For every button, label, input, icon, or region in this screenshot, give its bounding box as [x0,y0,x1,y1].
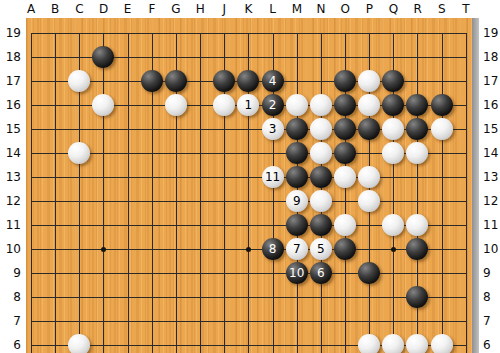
intersection-J12[interactable] [212,189,236,213]
intersection-B14[interactable] [43,141,67,165]
intersection-L12[interactable] [260,189,284,213]
intersection-S14[interactable] [430,141,454,165]
intersection-G19[interactable] [164,21,188,45]
intersection-P18[interactable] [357,45,381,69]
black-stone [431,94,453,116]
intersection-O17[interactable] [333,69,357,93]
intersection-Q10[interactable] [381,237,405,261]
intersection-C18[interactable] [67,45,91,69]
intersection-T12[interactable] [454,189,478,213]
intersection-E18[interactable] [116,45,140,69]
intersection-H7[interactable] [188,309,212,333]
white-stone [431,334,453,353]
intersection-A10[interactable] [19,237,43,261]
intersection-F10[interactable] [140,237,164,261]
intersection-A11[interactable] [19,213,43,237]
intersection-L18[interactable] [260,45,284,69]
intersection-J14[interactable] [212,141,236,165]
intersection-J9[interactable] [212,261,236,285]
intersection-A14[interactable] [19,141,43,165]
intersection-G7[interactable] [164,309,188,333]
intersection-K14[interactable] [236,141,260,165]
intersection-C7[interactable] [67,309,91,333]
intersection-O15[interactable] [333,117,357,141]
intersection-Q18[interactable] [381,45,405,69]
intersection-F16[interactable] [140,93,164,117]
intersection-F6[interactable] [140,333,164,353]
intersection-A12[interactable] [19,189,43,213]
intersection-F8[interactable] [140,285,164,309]
intersection-P15[interactable] [357,117,381,141]
intersection-G8[interactable] [164,285,188,309]
intersection-B11[interactable] [43,213,67,237]
intersection-R15[interactable] [405,117,429,141]
intersection-R16[interactable] [405,93,429,117]
intersection-B9[interactable] [43,261,67,285]
intersection-S12[interactable] [430,189,454,213]
intersection-B13[interactable] [43,165,67,189]
intersection-N9[interactable]: 6 [309,261,333,285]
intersection-R12[interactable] [405,189,429,213]
intersection-R8[interactable] [405,285,429,309]
intersection-M8[interactable] [285,285,309,309]
intersection-M11[interactable] [285,213,309,237]
intersection-H11[interactable] [188,213,212,237]
intersection-N11[interactable] [309,213,333,237]
intersection-G11[interactable] [164,213,188,237]
intersection-F9[interactable] [140,261,164,285]
intersection-Q6[interactable] [381,333,405,353]
intersection-S13[interactable] [430,165,454,189]
intersection-R17[interactable] [405,69,429,93]
intersection-D11[interactable] [91,213,115,237]
intersection-T8[interactable] [454,285,478,309]
intersection-K11[interactable] [236,213,260,237]
intersection-P17[interactable] [357,69,381,93]
intersection-T7[interactable] [454,309,478,333]
intersection-C8[interactable] [67,285,91,309]
intersection-G18[interactable] [164,45,188,69]
intersection-J11[interactable] [212,213,236,237]
intersection-P9[interactable] [357,261,381,285]
intersection-H13[interactable] [188,165,212,189]
intersection-S7[interactable] [430,309,454,333]
intersection-A8[interactable] [19,285,43,309]
intersection-O9[interactable] [333,261,357,285]
intersection-C15[interactable] [67,117,91,141]
intersection-C19[interactable] [67,21,91,45]
intersection-H19[interactable] [188,21,212,45]
intersection-B18[interactable] [43,45,67,69]
intersection-R7[interactable] [405,309,429,333]
intersection-J6[interactable] [212,333,236,353]
intersection-D7[interactable] [91,309,115,333]
intersection-B15[interactable] [43,117,67,141]
intersection-P10[interactable] [357,237,381,261]
intersection-M19[interactable] [285,21,309,45]
intersection-L9[interactable] [260,261,284,285]
intersection-H18[interactable] [188,45,212,69]
intersection-A17[interactable] [19,69,43,93]
intersection-A6[interactable] [19,333,43,353]
intersection-G12[interactable] [164,189,188,213]
black-stone: 10 [286,262,308,284]
intersection-E9[interactable] [116,261,140,285]
intersection-J19[interactable] [212,21,236,45]
intersection-F7[interactable] [140,309,164,333]
intersection-L11[interactable] [260,213,284,237]
intersection-H10[interactable] [188,237,212,261]
intersection-S15[interactable] [430,117,454,141]
intersection-F18[interactable] [140,45,164,69]
intersection-H17[interactable] [188,69,212,93]
intersection-J13[interactable] [212,165,236,189]
intersection-O13[interactable] [333,165,357,189]
intersection-Q11[interactable] [381,213,405,237]
intersection-N16[interactable] [309,93,333,117]
row-label-right-10: 10 [483,242,498,256]
black-stone [382,70,404,92]
intersection-P11[interactable] [357,213,381,237]
intersection-P13[interactable] [357,165,381,189]
intersection-H14[interactable] [188,141,212,165]
intersection-L6[interactable] [260,333,284,353]
intersection-K19[interactable] [236,21,260,45]
intersection-N8[interactable] [309,285,333,309]
intersection-Q19[interactable] [381,21,405,45]
intersection-E13[interactable] [116,165,140,189]
intersection-L19[interactable] [260,21,284,45]
intersection-G6[interactable] [164,333,188,353]
intersection-T6[interactable] [454,333,478,353]
intersection-N10[interactable]: 5 [309,237,333,261]
intersection-K9[interactable] [236,261,260,285]
intersection-H12[interactable] [188,189,212,213]
intersection-K12[interactable] [236,189,260,213]
intersection-N12[interactable] [309,189,333,213]
intersection-G14[interactable] [164,141,188,165]
intersection-T15[interactable] [454,117,478,141]
intersection-E7[interactable] [116,309,140,333]
intersection-A18[interactable] [19,45,43,69]
intersection-A15[interactable] [19,117,43,141]
white-stone [334,166,356,188]
intersection-H6[interactable] [188,333,212,353]
white-stone [358,166,380,188]
intersection-D12[interactable] [91,189,115,213]
intersection-R14[interactable] [405,141,429,165]
intersection-D19[interactable] [91,21,115,45]
intersection-J16[interactable] [212,93,236,117]
row-label-right-18: 18 [483,50,498,64]
intersection-P14[interactable] [357,141,381,165]
intersection-M6[interactable] [285,333,309,353]
white-stone [286,94,308,116]
white-stone [92,94,114,116]
intersection-S11[interactable] [430,213,454,237]
intersection-T14[interactable] [454,141,478,165]
white-stone [310,142,332,164]
intersection-A7[interactable] [19,309,43,333]
intersection-M16[interactable] [285,93,309,117]
intersection-Q15[interactable] [381,117,405,141]
intersection-S8[interactable] [430,285,454,309]
intersection-Q16[interactable] [381,93,405,117]
intersection-T17[interactable] [454,69,478,93]
intersection-K6[interactable] [236,333,260,353]
intersection-H8[interactable] [188,285,212,309]
intersection-N7[interactable] [309,309,333,333]
white-stone: 7 [286,238,308,260]
intersection-F15[interactable] [140,117,164,141]
intersection-O10[interactable] [333,237,357,261]
intersection-D9[interactable] [91,261,115,285]
intersection-T16[interactable] [454,93,478,117]
intersection-C12[interactable] [67,189,91,213]
intersection-P7[interactable] [357,309,381,333]
intersection-H16[interactable] [188,93,212,117]
intersection-G13[interactable] [164,165,188,189]
column-label-B: B [51,2,59,16]
intersection-G15[interactable] [164,117,188,141]
intersection-B17[interactable] [43,69,67,93]
intersection-J17[interactable] [212,69,236,93]
intersection-J10[interactable] [212,237,236,261]
intersection-K10[interactable] [236,237,260,261]
intersection-E10[interactable] [116,237,140,261]
intersection-H15[interactable] [188,117,212,141]
intersection-T19[interactable] [454,21,478,45]
intersection-L17[interactable]: 4 [260,69,284,93]
intersection-J7[interactable] [212,309,236,333]
intersection-C6[interactable] [67,333,91,353]
intersection-E15[interactable] [116,117,140,141]
intersection-M14[interactable] [285,141,309,165]
intersection-L16[interactable]: 2 [260,93,284,117]
intersection-C10[interactable] [67,237,91,261]
intersection-P8[interactable] [357,285,381,309]
intersection-K16[interactable]: 1 [236,93,260,117]
intersection-J15[interactable] [212,117,236,141]
intersection-A9[interactable] [19,261,43,285]
intersection-Q13[interactable] [381,165,405,189]
intersection-J18[interactable] [212,45,236,69]
intersection-K18[interactable] [236,45,260,69]
intersection-F13[interactable] [140,165,164,189]
intersection-D6[interactable] [91,333,115,353]
intersection-A19[interactable] [19,21,43,45]
intersection-M17[interactable] [285,69,309,93]
intersection-R9[interactable] [405,261,429,285]
intersection-P12[interactable] [357,189,381,213]
intersection-D10[interactable] [91,237,115,261]
intersection-L8[interactable] [260,285,284,309]
intersection-N15[interactable] [309,117,333,141]
intersection-T10[interactable] [454,237,478,261]
column-label-M: M [292,2,302,16]
intersection-N18[interactable] [309,45,333,69]
intersection-D8[interactable] [91,285,115,309]
intersection-K8[interactable] [236,285,260,309]
row-label-right-13: 13 [483,170,498,184]
intersection-R13[interactable] [405,165,429,189]
intersection-K15[interactable] [236,117,260,141]
intersection-M10[interactable]: 7 [285,237,309,261]
intersection-R18[interactable] [405,45,429,69]
row-label-left-18: 18 [0,50,21,64]
intersection-B12[interactable] [43,189,67,213]
white-stone [334,214,356,236]
intersection-N6[interactable] [309,333,333,353]
intersection-M18[interactable] [285,45,309,69]
intersection-E11[interactable] [116,213,140,237]
intersection-B7[interactable] [43,309,67,333]
intersection-M12[interactable]: 9 [285,189,309,213]
intersection-S18[interactable] [430,45,454,69]
intersection-L14[interactable] [260,141,284,165]
column-label-O: O [340,2,349,16]
intersection-B16[interactable] [43,93,67,117]
intersection-Q7[interactable] [381,309,405,333]
intersection-L10[interactable]: 8 [260,237,284,261]
intersection-N19[interactable] [309,21,333,45]
intersection-T18[interactable] [454,45,478,69]
intersection-O18[interactable] [333,45,357,69]
intersection-E8[interactable] [116,285,140,309]
intersection-Q12[interactable] [381,189,405,213]
intersection-O11[interactable] [333,213,357,237]
intersection-R10[interactable] [405,237,429,261]
intersection-H9[interactable] [188,261,212,285]
intersection-T11[interactable] [454,213,478,237]
intersection-F14[interactable] [140,141,164,165]
intersection-P16[interactable] [357,93,381,117]
white-stone [213,94,235,116]
intersection-L15[interactable]: 3 [260,117,284,141]
black-stone: 8 [262,238,284,260]
intersection-T13[interactable] [454,165,478,189]
intersection-R19[interactable] [405,21,429,45]
intersection-L7[interactable] [260,309,284,333]
intersection-S10[interactable] [430,237,454,261]
intersection-T9[interactable] [454,261,478,285]
intersection-Q17[interactable] [381,69,405,93]
intersection-C17[interactable] [67,69,91,93]
intersection-D18[interactable] [91,45,115,69]
intersection-A16[interactable] [19,93,43,117]
intersection-C13[interactable] [67,165,91,189]
move-number: 10 [289,267,304,279]
intersection-F17[interactable] [140,69,164,93]
black-stone [286,166,308,188]
intersection-D14[interactable] [91,141,115,165]
move-number: 8 [269,243,277,255]
intersection-E14[interactable] [116,141,140,165]
intersection-O12[interactable] [333,189,357,213]
intersection-N17[interactable] [309,69,333,93]
intersection-D16[interactable] [91,93,115,117]
intersection-Q14[interactable] [381,141,405,165]
intersection-G17[interactable] [164,69,188,93]
intersection-J8[interactable] [212,285,236,309]
intersection-M9[interactable]: 10 [285,261,309,285]
intersection-M7[interactable] [285,309,309,333]
intersection-P19[interactable] [357,21,381,45]
intersection-M15[interactable] [285,117,309,141]
column-label-K: K [245,2,253,16]
move-number: 11 [265,171,280,183]
intersection-K13[interactable] [236,165,260,189]
intersection-A13[interactable] [19,165,43,189]
intersection-F19[interactable] [140,21,164,45]
intersection-B8[interactable] [43,285,67,309]
intersection-C14[interactable] [67,141,91,165]
intersection-S16[interactable] [430,93,454,117]
intersection-C11[interactable] [67,213,91,237]
intersection-D15[interactable] [91,117,115,141]
white-stone [358,334,380,353]
intersection-C9[interactable] [67,261,91,285]
intersection-Q8[interactable] [381,285,405,309]
intersection-B6[interactable] [43,333,67,353]
intersection-B19[interactable] [43,21,67,45]
intersection-E17[interactable] [116,69,140,93]
column-label-A: A [27,2,35,16]
column-label-T: T [462,2,469,16]
intersection-O16[interactable] [333,93,357,117]
intersection-G9[interactable] [164,261,188,285]
intersection-D13[interactable] [91,165,115,189]
intersection-R6[interactable] [405,333,429,353]
intersection-S19[interactable] [430,21,454,45]
intersection-S17[interactable] [430,69,454,93]
move-number: 2 [269,99,277,111]
intersection-O8[interactable] [333,285,357,309]
intersection-Q9[interactable] [381,261,405,285]
white-stone [68,142,90,164]
intersection-F11[interactable] [140,213,164,237]
intersection-K7[interactable] [236,309,260,333]
intersection-E16[interactable] [116,93,140,117]
white-stone: 5 [310,238,332,260]
intersection-E19[interactable] [116,21,140,45]
intersection-D17[interactable] [91,69,115,93]
row-label-left-9: 9 [0,266,21,280]
intersection-P6[interactable] [357,333,381,353]
intersection-O6[interactable] [333,333,357,353]
row-label-left-8: 8 [0,290,21,304]
intersection-L13[interactable]: 11 [260,165,284,189]
intersection-O14[interactable] [333,141,357,165]
intersection-O7[interactable] [333,309,357,333]
intersection-R11[interactable] [405,213,429,237]
intersection-F12[interactable] [140,189,164,213]
intersection-E6[interactable] [116,333,140,353]
intersection-K17[interactable] [236,69,260,93]
intersection-N14[interactable] [309,141,333,165]
intersection-N13[interactable] [309,165,333,189]
white-stone [358,70,380,92]
intersection-M13[interactable] [285,165,309,189]
intersection-E12[interactable] [116,189,140,213]
intersection-G10[interactable] [164,237,188,261]
intersection-C16[interactable] [67,93,91,117]
intersection-O19[interactable] [333,21,357,45]
intersection-S9[interactable] [430,261,454,285]
intersection-S6[interactable] [430,333,454,353]
intersection-B10[interactable] [43,237,67,261]
intersection-G16[interactable] [164,93,188,117]
